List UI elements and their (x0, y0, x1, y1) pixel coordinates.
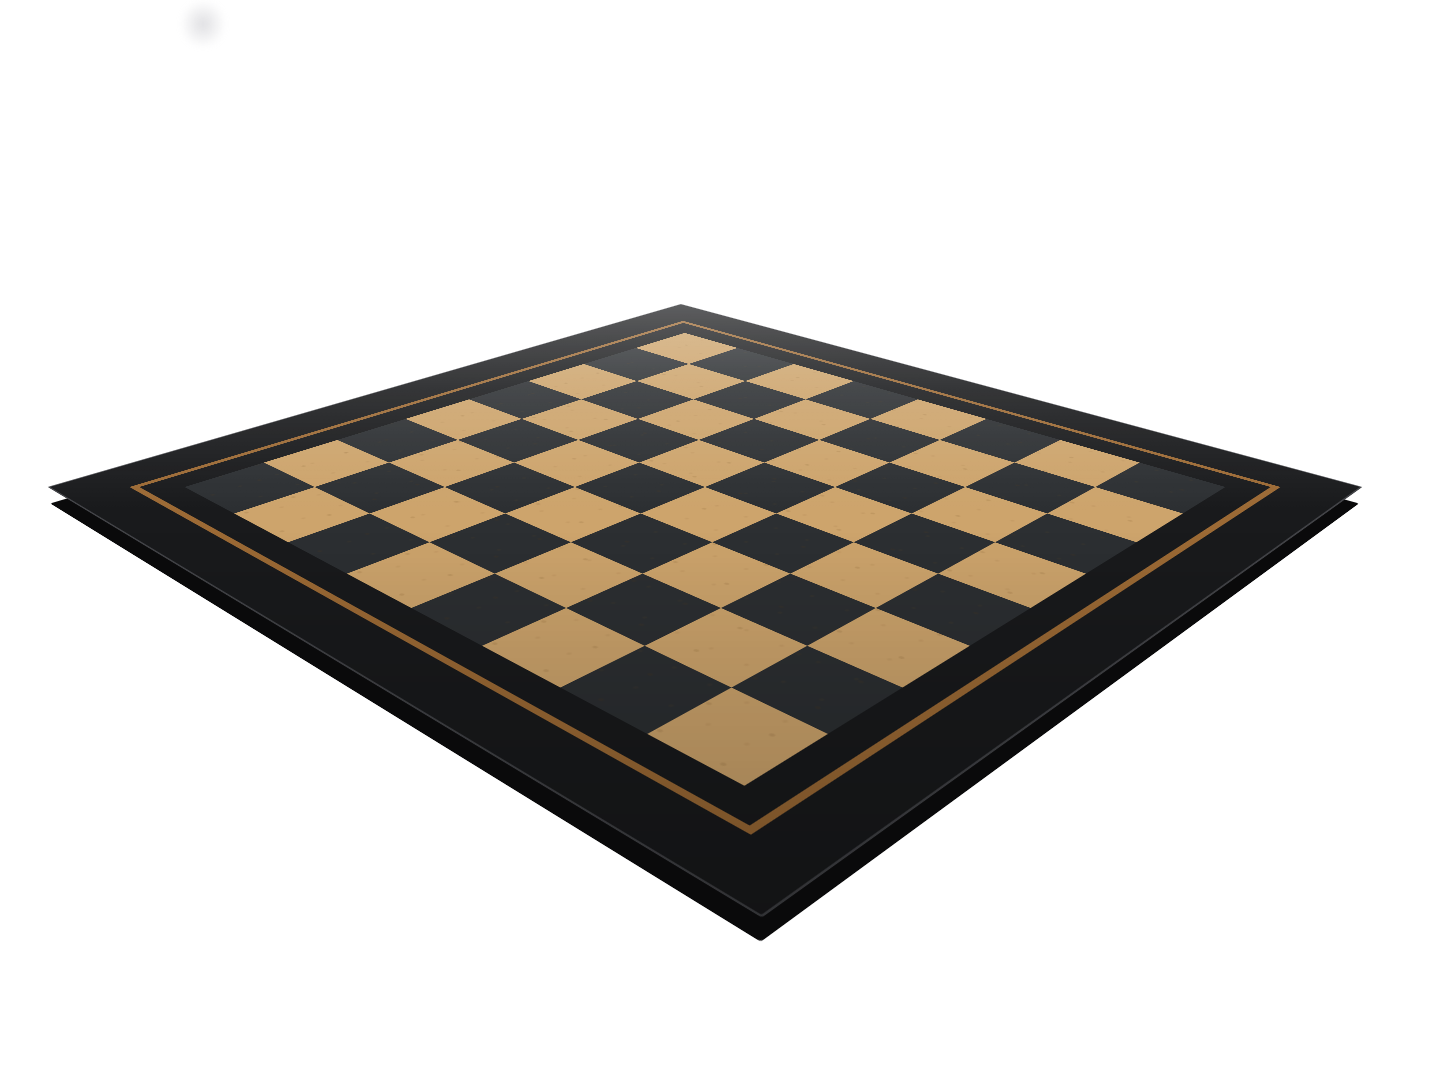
square-e3 (571, 513, 712, 573)
square-g3 (721, 574, 876, 646)
square-b1 (234, 487, 370, 542)
square-e2 (495, 542, 643, 608)
square-h2 (731, 646, 902, 734)
square-h1 (647, 688, 828, 786)
square-d1 (347, 542, 495, 608)
square-f2 (566, 574, 721, 646)
square-f4 (712, 513, 853, 573)
square-h6 (995, 513, 1136, 573)
square-g5 (854, 513, 995, 573)
chessboard (47, 304, 1362, 918)
square-c2 (370, 487, 506, 542)
square-d2 (429, 513, 570, 573)
square-f5 (776, 487, 912, 542)
square-f3 (643, 542, 791, 608)
photo-artifact-smudge (180, 0, 226, 48)
square-h7 (1047, 487, 1183, 542)
square-h3 (807, 608, 970, 688)
square-c1 (288, 513, 429, 573)
square-h4 (876, 574, 1031, 646)
square-g2 (645, 608, 808, 688)
playing-field (185, 333, 1226, 786)
square-e4 (641, 487, 777, 542)
square-g1 (560, 646, 731, 734)
square-g4 (790, 542, 938, 608)
square-h5 (938, 542, 1086, 608)
square-e1 (411, 574, 566, 646)
square-f1 (482, 608, 645, 688)
square-g6 (912, 487, 1048, 542)
square-d3 (505, 487, 641, 542)
